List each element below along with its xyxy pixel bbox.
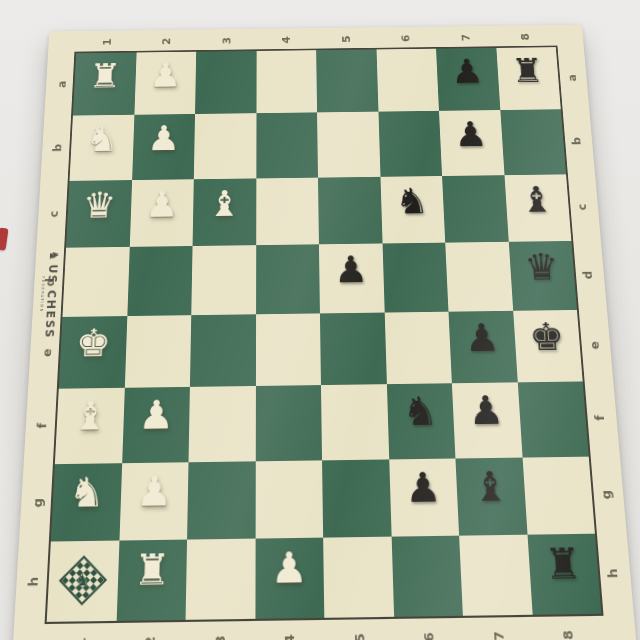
chess-board: ♜♟♟♜♞♟♟♛♟♝♞♝♟♛♚♟♚♝♟♞♟♞♟♟♝♞♜♟♜ 12345678 1… [12, 25, 637, 640]
square-f6[interactable]: ♞ [386, 383, 455, 458]
square-d7[interactable] [445, 242, 513, 312]
square-d3[interactable] [191, 245, 256, 315]
square-c8[interactable]: ♝ [504, 174, 571, 242]
file-label-f: f [585, 381, 616, 456]
black-pawn: ♟ [464, 319, 501, 357]
square-f5[interactable] [321, 384, 389, 459]
black-pawn: ♟ [450, 55, 484, 88]
board-grid: ♜♟♟♜♞♟♟♛♟♝♞♝♟♛♚♟♚♝♟♞♟♞♟♟♝♞♜♟♜ [47, 47, 602, 622]
square-c7[interactable] [442, 175, 508, 243]
rank-label-8: 8 [495, 27, 556, 47]
square-e2[interactable] [124, 315, 191, 388]
square-g4[interactable] [255, 460, 323, 538]
square-b3[interactable] [194, 113, 256, 178]
square-a3[interactable] [195, 51, 256, 114]
white-knight: ♞ [85, 123, 119, 158]
square-c5[interactable] [318, 176, 382, 244]
black-pawn: ♟ [467, 391, 505, 431]
white-rook: ♜ [133, 549, 171, 592]
white-pawn: ♟ [145, 187, 180, 223]
white-pawn: ♟ [136, 471, 173, 512]
square-c4[interactable] [256, 177, 319, 245]
square-g8[interactable] [522, 456, 595, 534]
square-h3[interactable] [186, 538, 256, 620]
file-label-g: g [23, 464, 53, 542]
rank-label-2: 2 [136, 31, 196, 51]
square-f7[interactable]: ♟ [452, 383, 522, 458]
rank-label-7: 7 [435, 27, 496, 47]
white-pawn: ♟ [149, 59, 182, 92]
square-f2[interactable]: ♟ [122, 387, 190, 463]
square-d6[interactable] [382, 242, 448, 312]
rank-label-4: 4 [255, 622, 325, 640]
file-label-b: b [563, 109, 592, 174]
rank-label-1: 1 [45, 625, 116, 640]
file-label-c: c [40, 180, 68, 247]
square-c6[interactable]: ♞ [380, 176, 445, 244]
black-rook: ♜ [543, 543, 583, 586]
black-pawn: ♟ [453, 118, 488, 153]
square-e1[interactable]: ♚ [59, 316, 127, 389]
square-a2[interactable]: ♟ [134, 52, 196, 115]
square-c2[interactable]: ♟ [129, 179, 193, 247]
file-label-g: g [591, 456, 623, 534]
white-queen: ♛ [82, 188, 117, 224]
file-label-c: c [568, 174, 597, 241]
square-a8[interactable]: ♜ [496, 47, 561, 110]
black-queen: ♛ [523, 249, 560, 286]
rank-label-8: 8 [532, 618, 604, 640]
file-label-e: e [32, 317, 61, 389]
square-b1[interactable]: ♞ [70, 115, 134, 180]
square-f8[interactable] [517, 382, 588, 457]
white-rook: ♜ [88, 60, 122, 93]
square-e4[interactable] [255, 313, 321, 386]
black-king: ♚ [528, 318, 565, 356]
square-h8[interactable]: ♜ [527, 533, 601, 614]
file-label-b: b [44, 116, 71, 181]
rank-label-5: 5 [324, 621, 394, 640]
black-pawn: ♟ [334, 252, 369, 289]
square-e3[interactable] [190, 314, 256, 387]
square-c3[interactable]: ♝ [193, 178, 256, 246]
square-a4[interactable] [256, 50, 317, 113]
square-a7[interactable]: ♟ [436, 48, 500, 111]
file-label-d: d [36, 248, 64, 318]
square-h5[interactable] [323, 536, 393, 617]
square-e7[interactable]: ♟ [448, 311, 517, 384]
square-b2[interactable]: ♟ [132, 114, 195, 179]
square-d4[interactable] [256, 244, 320, 314]
square-g5[interactable] [322, 459, 391, 537]
black-knight: ♞ [402, 392, 439, 432]
black-rook: ♜ [510, 55, 545, 88]
file-label-h: h [18, 541, 49, 622]
rank-label-2: 2 [115, 624, 186, 640]
square-e6[interactable] [384, 312, 452, 385]
square-g6[interactable]: ♟ [389, 458, 459, 536]
square-e8[interactable]: ♚ [513, 310, 583, 383]
playing-area: ♜♟♟♜♞♟♟♛♟♝♞♝♟♛♚♟♚♝♟♞♟♞♟♟♝♞♜♟♜ 12345678 1… [45, 46, 604, 625]
corner-knight-diamond-logo: ♞ [59, 556, 107, 605]
rank-label-7: 7 [463, 619, 534, 640]
square-g7[interactable]: ♝ [455, 457, 527, 535]
black-bishop: ♝ [519, 182, 555, 218]
square-b8[interactable] [500, 109, 566, 174]
square-g3[interactable] [187, 461, 255, 539]
corner-knight-icon: ♞ [76, 571, 90, 590]
white-bishop: ♝ [72, 397, 109, 437]
red-object [0, 227, 8, 250]
file-label-e: e [579, 310, 610, 382]
square-e5[interactable] [320, 313, 387, 386]
square-b4[interactable] [256, 113, 318, 178]
square-c1[interactable]: ♛ [66, 180, 132, 248]
rank-labels-bottom: 12345678 [45, 618, 604, 640]
rank-label-3: 3 [196, 30, 256, 50]
rank-label-3: 3 [185, 623, 255, 640]
square-h4[interactable]: ♟ [255, 537, 324, 618]
white-knight: ♞ [68, 472, 106, 514]
white-king: ♚ [75, 325, 111, 364]
rank-label-6: 6 [394, 620, 465, 640]
square-b5[interactable] [317, 112, 380, 177]
square-g1[interactable]: ♞ [51, 463, 122, 542]
diamond-checker-icon: ♞ [59, 556, 107, 606]
square-h6[interactable] [391, 535, 463, 616]
square-a6[interactable] [376, 49, 439, 112]
square-d2[interactable] [127, 246, 193, 316]
square-b7[interactable]: ♟ [439, 110, 504, 175]
square-a1[interactable]: ♜ [73, 52, 136, 115]
file-label-d: d [573, 240, 603, 310]
square-f3[interactable] [189, 386, 256, 462]
white-pawn: ♟ [271, 547, 308, 590]
square-h2[interactable]: ♜ [116, 539, 187, 621]
file-label-a: a [558, 47, 586, 110]
rank-label-6: 6 [375, 28, 435, 48]
black-bishop: ♝ [471, 466, 509, 507]
photo-scene: ♜♟♟♜♞♟♟♛♟♝♞♝♟♛♚♟♚♝♟♞♟♞♟♟♝♞♜♟♜ 12345678 1… [0, 0, 640, 640]
square-d1[interactable] [62, 247, 129, 317]
square-g2[interactable]: ♟ [119, 462, 189, 540]
file-label-f: f [28, 389, 57, 464]
square-a5[interactable] [316, 49, 378, 112]
square-b6[interactable] [378, 111, 442, 176]
square-h7[interactable] [459, 534, 532, 615]
square-f4[interactable] [255, 385, 322, 461]
rank-label-4: 4 [256, 30, 316, 50]
file-label-h: h [597, 533, 630, 614]
black-knight: ♞ [395, 184, 430, 220]
black-pawn: ♟ [404, 467, 442, 508]
rank-label-5: 5 [316, 29, 376, 49]
square-h1[interactable]: ♞ [47, 540, 119, 622]
chess-board-wrap: ♜♟♟♜♞♟♟♛♟♝♞♝♟♛♚♟♚♝♟♞♟♞♟♟♝♞♜♟♜ 12345678 1… [12, 25, 637, 640]
rank-label-1: 1 [76, 32, 137, 52]
white-pawn: ♟ [138, 396, 175, 436]
white-pawn: ♟ [147, 122, 181, 157]
square-d5[interactable]: ♟ [319, 243, 384, 313]
square-d8[interactable]: ♛ [508, 241, 577, 311]
square-f1[interactable]: ♝ [55, 388, 124, 464]
white-bishop: ♝ [208, 186, 242, 222]
file-label-a: a [48, 53, 74, 116]
